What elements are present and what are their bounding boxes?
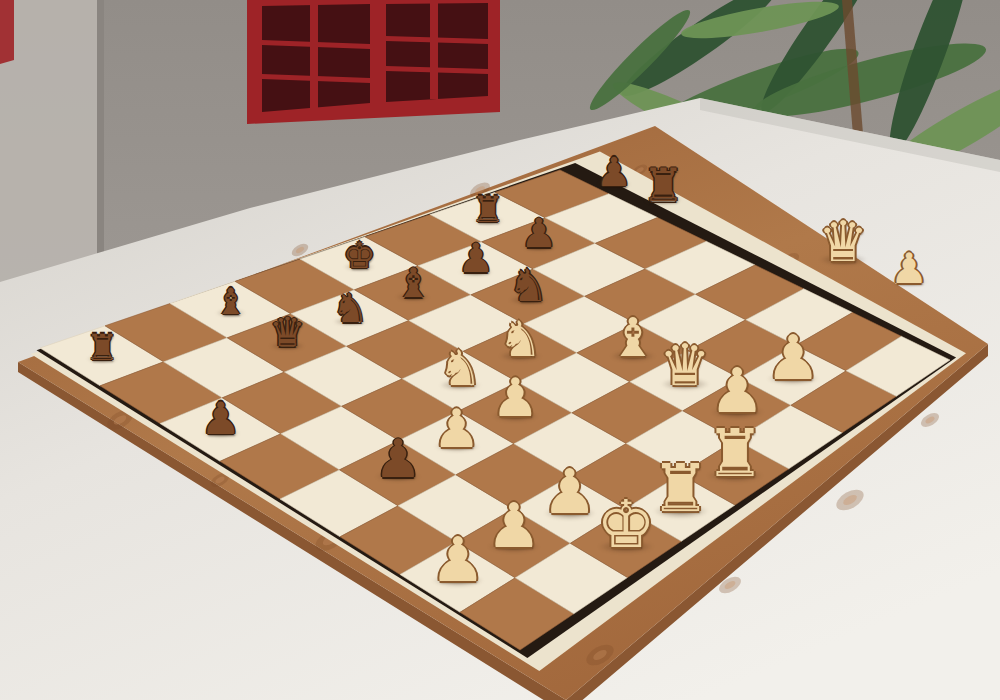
captured-white-queen[interactable]: ♛: [818, 214, 868, 270]
captured-black-pawn[interactable]: ♟: [596, 152, 632, 192]
piece-black-pawn-f7[interactable]: ♟: [458, 239, 494, 279]
captured-black-rook[interactable]: ♜: [642, 162, 683, 208]
red-edge-left: [0, 0, 14, 64]
red-cabinet: [247, 0, 500, 124]
piece-black-knight-d7[interactable]: ♞: [332, 289, 368, 329]
piece-white-queen-f3[interactable]: ♛: [659, 337, 710, 394]
piece-black-pawn-g7[interactable]: ♟: [521, 214, 557, 254]
piece-white-knight-d5[interactable]: ♞: [438, 345, 482, 394]
chess-photo-scene: ♟♜♜♟♛♚♟♟♝♞♝♞♛♝♞♜♟♛♞♟♟♟♟♜♟♜♟♚♟♟: [0, 0, 1000, 700]
piece-white-rook-e1[interactable]: ♜: [706, 421, 765, 487]
captured-white-pawn[interactable]: ♟: [890, 248, 928, 290]
piece-black-king-e8[interactable]: ♚: [343, 238, 375, 274]
piece-white-pawn-a2[interactable]: ♟: [430, 530, 485, 592]
piece-white-pawn-g2[interactable]: ♟: [765, 328, 820, 390]
piece-black-rook-a8[interactable]: ♜: [86, 330, 118, 366]
piece-white-pawn-c2[interactable]: ♟: [542, 462, 597, 524]
piece-white-knight-e5[interactable]: ♞: [498, 316, 542, 365]
cabinet-muntin-v1: [310, 4, 318, 108]
piece-black-rook-g8[interactable]: ♜: [472, 191, 504, 227]
piece-black-queen-c7[interactable]: ♛: [269, 314, 305, 354]
piece-black-knight-f6[interactable]: ♞: [508, 264, 548, 309]
wall-left-panel: [0, 0, 97, 300]
piece-white-pawn-f2[interactable]: ♟: [710, 361, 765, 423]
piece-white-pawn-d4[interactable]: ♟: [492, 373, 540, 426]
piece-white-pawn-b2[interactable]: ♟: [486, 496, 541, 558]
piece-black-pawn-a6[interactable]: ♟: [201, 397, 241, 442]
piece-black-bishop-c8[interactable]: ♝: [215, 284, 247, 320]
wall-corner-line: [97, 0, 104, 290]
piece-white-king-c1[interactable]: ♚: [597, 492, 656, 558]
piece-white-pawn-c4[interactable]: ♟: [433, 403, 481, 456]
piece-black-bishop-e7[interactable]: ♝: [395, 264, 431, 304]
piece-white-rook-d1[interactable]: ♜: [651, 457, 710, 523]
piece-white-bishop-f4[interactable]: ♝: [609, 313, 657, 366]
piece-black-pawn-b4[interactable]: ♟: [374, 433, 422, 486]
cabinet-muntin-v2: [430, 3, 438, 99]
